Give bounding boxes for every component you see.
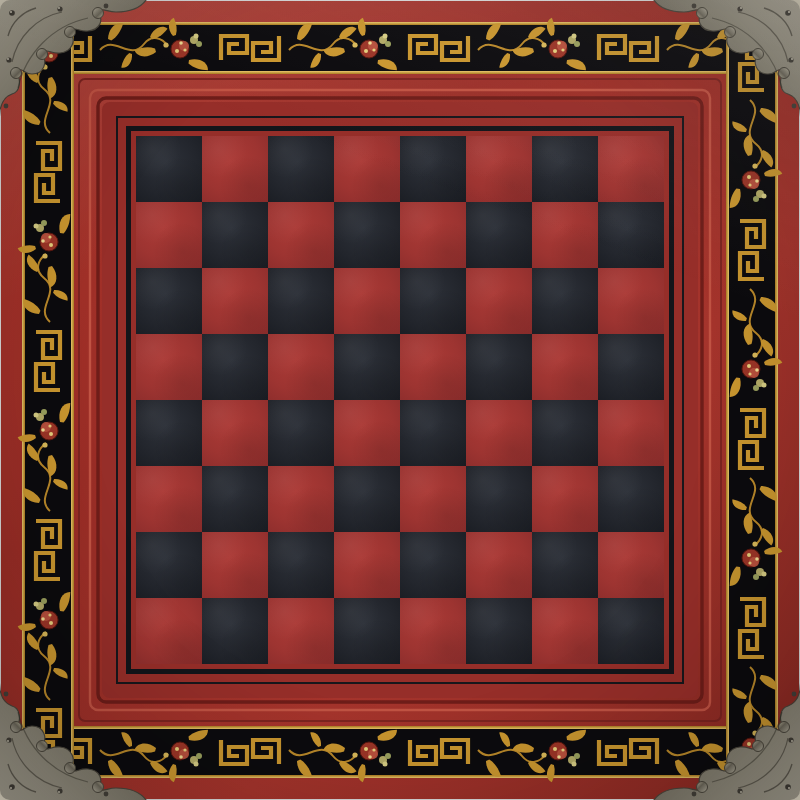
board-square	[598, 466, 664, 532]
board-square	[466, 202, 532, 268]
board-square	[598, 598, 664, 664]
board-square	[466, 598, 532, 664]
board-square	[268, 598, 334, 664]
board-square	[268, 400, 334, 466]
board-square	[598, 400, 664, 466]
board-square	[202, 400, 268, 466]
board-square	[466, 532, 532, 598]
board-square	[136, 136, 202, 202]
board-square	[532, 400, 598, 466]
board-square	[334, 202, 400, 268]
board-square	[598, 202, 664, 268]
board-square	[400, 202, 466, 268]
board-square	[202, 136, 268, 202]
board-square	[532, 466, 598, 532]
board-square	[334, 532, 400, 598]
checkerboard	[136, 136, 664, 664]
border-band-bottom	[22, 724, 778, 783]
board-square	[136, 598, 202, 664]
board-square	[466, 268, 532, 334]
board-square	[136, 334, 202, 400]
board-square	[136, 268, 202, 334]
board-square	[202, 598, 268, 664]
board-square	[400, 400, 466, 466]
board-square	[334, 598, 400, 664]
board-square	[268, 268, 334, 334]
board-square	[466, 400, 532, 466]
board-square	[400, 136, 466, 202]
board-square	[334, 334, 400, 400]
board-square	[268, 202, 334, 268]
board-square	[202, 334, 268, 400]
board-square	[334, 400, 400, 466]
board-square	[400, 532, 466, 598]
board-square	[466, 136, 532, 202]
board-square	[334, 268, 400, 334]
board-square	[598, 268, 664, 334]
board-square	[202, 202, 268, 268]
board-square	[598, 334, 664, 400]
board-square	[136, 202, 202, 268]
border-band-top	[22, 17, 778, 76]
board-square	[598, 136, 664, 202]
board-square	[202, 466, 268, 532]
board-square	[532, 202, 598, 268]
board-square	[268, 136, 334, 202]
board-photo	[0, 0, 800, 800]
board-square	[532, 136, 598, 202]
board-square	[466, 466, 532, 532]
board-square	[136, 532, 202, 598]
board-square	[268, 532, 334, 598]
board-square	[400, 334, 466, 400]
board-square	[532, 268, 598, 334]
board-square	[268, 334, 334, 400]
board-square	[334, 466, 400, 532]
pinstripe-frame-inner	[126, 126, 674, 674]
board-square	[532, 334, 598, 400]
board-square	[136, 466, 202, 532]
board-square	[400, 598, 466, 664]
board-square	[136, 400, 202, 466]
board-square	[400, 466, 466, 532]
board-square	[334, 136, 400, 202]
board-square	[598, 532, 664, 598]
board-square	[202, 532, 268, 598]
board-square	[532, 598, 598, 664]
board-square	[400, 268, 466, 334]
board-square	[466, 334, 532, 400]
board-square	[532, 532, 598, 598]
border-band-left	[17, 22, 76, 778]
border-band-right	[724, 22, 783, 778]
board-square	[268, 466, 334, 532]
pinstripe-frame-outer	[116, 116, 684, 684]
board-square	[202, 268, 268, 334]
